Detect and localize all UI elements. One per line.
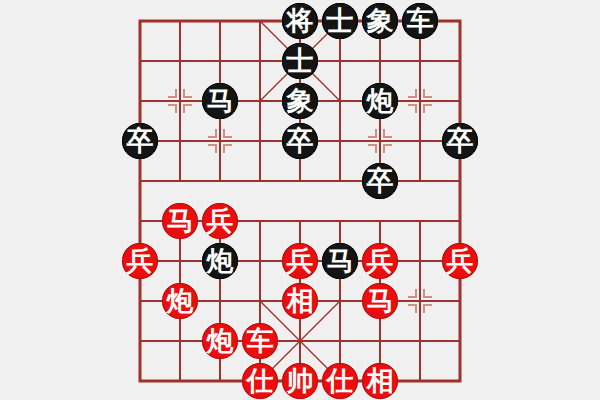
black-soldier[interactable]: 卒 <box>442 123 478 159</box>
red-advisor[interactable]: 仕 <box>322 363 358 399</box>
red-soldier[interactable]: 兵 <box>122 243 158 279</box>
red-horse[interactable]: 马 <box>362 283 398 319</box>
red-soldier[interactable]: 兵 <box>442 243 478 279</box>
red-soldier[interactable]: 兵 <box>202 203 238 239</box>
black-elephant[interactable]: 象 <box>362 3 398 39</box>
red-horse[interactable]: 马 <box>162 203 198 239</box>
black-horse[interactable]: 马 <box>202 83 238 119</box>
red-soldier[interactable]: 兵 <box>282 243 318 279</box>
black-cannon[interactable]: 炮 <box>362 83 398 119</box>
black-advisor[interactable]: 士 <box>322 3 358 39</box>
black-elephant[interactable]: 象 <box>282 83 318 119</box>
xiangqi-board: 将士象车士马象炮卒卒卒卒炮马马兵兵兵兵兵炮相马炮车仕帅仕相 <box>120 1 480 400</box>
red-elephant[interactable]: 相 <box>362 363 398 399</box>
black-soldier[interactable]: 卒 <box>282 123 318 159</box>
red-general[interactable]: 帅 <box>282 363 318 399</box>
screenshot-root: { "game": "xiangqi", "position": "4kabr1… <box>0 0 600 400</box>
black-cannon[interactable]: 炮 <box>202 243 238 279</box>
black-advisor[interactable]: 士 <box>282 43 318 79</box>
red-soldier[interactable]: 兵 <box>362 243 398 279</box>
board-area: 将士象车士马象炮卒卒卒卒炮马马兵兵兵兵兵炮相马炮车仕帅仕相 <box>0 0 600 400</box>
black-soldier[interactable]: 卒 <box>362 163 398 199</box>
black-chariot[interactable]: 车 <box>402 3 438 39</box>
red-cannon[interactable]: 炮 <box>162 283 198 319</box>
black-soldier[interactable]: 卒 <box>122 123 158 159</box>
red-elephant[interactable]: 相 <box>282 283 318 319</box>
black-general[interactable]: 将 <box>282 3 318 39</box>
red-advisor[interactable]: 仕 <box>242 363 278 399</box>
red-chariot[interactable]: 车 <box>242 323 278 359</box>
black-horse[interactable]: 马 <box>322 243 358 279</box>
red-cannon[interactable]: 炮 <box>202 323 238 359</box>
pieces-layer: 将士象车士马象炮卒卒卒卒炮马马兵兵兵兵兵炮相马炮车仕帅仕相 <box>120 1 480 400</box>
